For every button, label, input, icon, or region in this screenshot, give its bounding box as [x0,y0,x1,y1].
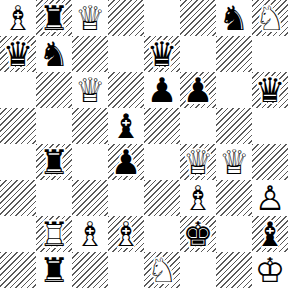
square-c2[interactable]: ♝♗ [72,216,108,252]
square-h6[interactable]: ♛♛ [252,72,288,108]
square-e1[interactable]: ♞♘ [144,252,180,288]
square-a2[interactable] [0,216,36,252]
square-e7[interactable]: ♛♛ [144,36,180,72]
square-a3[interactable] [0,180,36,216]
square-c4[interactable] [72,144,108,180]
black-queen-icon[interactable]: ♛♛ [144,36,180,72]
black-king-icon[interactable]: ♚♚ [180,216,216,252]
square-b1[interactable]: ♜♜ [36,252,72,288]
white-knight-icon[interactable]: ♞♘ [144,252,180,288]
black-queen-glyph: ♛ [144,36,180,72]
square-c5[interactable] [72,108,108,144]
square-b7[interactable]: ♞♞ [36,36,72,72]
square-e3[interactable] [144,180,180,216]
square-g6[interactable] [216,72,252,108]
chess-board: ♝♗♜♜♛♕♞♞♞♘♛♛♞♞♛♛♛♕♟♟♟♟♛♛♝♝♜♜♟♟♛♕♛♕♝♗♟♙♜♖… [0,0,288,288]
black-knight-icon[interactable]: ♞♞ [216,0,252,36]
white-bishop-glyph: ♗ [180,180,216,216]
square-f5[interactable] [180,108,216,144]
black-rook-icon[interactable]: ♜♜ [36,252,72,288]
white-queen-glyph: ♕ [180,144,216,180]
black-queen-icon[interactable]: ♛♛ [0,36,36,72]
black-rook-glyph: ♜ [36,144,72,180]
white-queen-glyph: ♕ [216,144,252,180]
black-rook-icon[interactable]: ♜♜ [36,0,72,36]
black-rook-icon[interactable]: ♜♜ [36,144,72,180]
white-queen-glyph: ♕ [72,0,108,36]
square-c7[interactable] [72,36,108,72]
square-d6[interactable] [108,72,144,108]
black-queen-glyph: ♛ [252,72,288,108]
square-d4[interactable]: ♟♟ [108,144,144,180]
white-bishop-icon[interactable]: ♝♗ [180,180,216,216]
black-rook-glyph: ♜ [36,252,72,288]
square-h1[interactable]: ♚♔ [252,252,288,288]
black-queen-icon[interactable]: ♛♛ [252,72,288,108]
square-c6[interactable]: ♛♕ [72,72,108,108]
square-a1[interactable] [0,252,36,288]
white-bishop-glyph: ♗ [72,216,108,252]
square-h7[interactable] [252,36,288,72]
white-queen-icon[interactable]: ♛♕ [72,0,108,36]
white-knight-icon[interactable]: ♞♘ [252,0,288,36]
square-b8[interactable]: ♜♜ [36,0,72,36]
square-h2[interactable]: ♝♝ [252,216,288,252]
square-c8[interactable]: ♛♕ [72,0,108,36]
white-pawn-icon[interactable]: ♟♙ [252,180,288,216]
black-pawn-glyph: ♟ [108,144,144,180]
square-e4[interactable] [144,144,180,180]
square-g5[interactable] [216,108,252,144]
square-f7[interactable] [180,36,216,72]
square-c3[interactable] [72,180,108,216]
square-e8[interactable] [144,0,180,36]
white-knight-glyph: ♘ [144,252,180,288]
square-b2[interactable]: ♜♖ [36,216,72,252]
square-g7[interactable] [216,36,252,72]
black-bishop-glyph: ♝ [108,108,144,144]
square-d2[interactable]: ♝♗ [108,216,144,252]
square-f1[interactable] [180,252,216,288]
square-f4[interactable]: ♛♕ [180,144,216,180]
square-a5[interactable] [0,108,36,144]
black-bishop-icon[interactable]: ♝♝ [108,108,144,144]
square-e5[interactable] [144,108,180,144]
black-pawn-glyph: ♟ [144,72,180,108]
black-pawn-icon[interactable]: ♟♟ [180,72,216,108]
square-h3[interactable]: ♟♙ [252,180,288,216]
black-knight-glyph: ♞ [36,36,72,72]
square-d5[interactable]: ♝♝ [108,108,144,144]
square-h8[interactable]: ♞♘ [252,0,288,36]
square-g3[interactable] [216,180,252,216]
square-f6[interactable]: ♟♟ [180,72,216,108]
black-bishop-icon[interactable]: ♝♝ [252,216,288,252]
square-b6[interactable] [36,72,72,108]
square-g1[interactable] [216,252,252,288]
black-pawn-glyph: ♟ [180,72,216,108]
square-a7[interactable]: ♛♛ [0,36,36,72]
white-queen-icon[interactable]: ♛♕ [72,72,108,108]
square-h5[interactable] [252,108,288,144]
white-bishop-glyph: ♗ [0,0,36,36]
white-rook-icon[interactable]: ♜♖ [36,216,72,252]
white-queen-icon[interactable]: ♛♕ [216,144,252,180]
square-h4[interactable] [252,144,288,180]
white-knight-glyph: ♘ [252,0,288,36]
white-king-icon[interactable]: ♚♔ [252,252,288,288]
square-e6[interactable]: ♟♟ [144,72,180,108]
white-queen-icon[interactable]: ♛♕ [180,144,216,180]
white-pawn-glyph: ♙ [252,180,288,216]
square-g4[interactable]: ♛♕ [216,144,252,180]
square-e2[interactable] [144,216,180,252]
black-knight-glyph: ♞ [216,0,252,36]
black-knight-icon[interactable]: ♞♞ [36,36,72,72]
black-bishop-glyph: ♝ [252,216,288,252]
square-g8[interactable]: ♞♞ [216,0,252,36]
white-bishop-icon[interactable]: ♝♗ [72,216,108,252]
square-f8[interactable] [180,0,216,36]
white-queen-glyph: ♕ [72,72,108,108]
white-king-glyph: ♔ [252,252,288,288]
black-queen-glyph: ♛ [0,36,36,72]
square-c1[interactable] [72,252,108,288]
square-d3[interactable] [108,180,144,216]
square-a6[interactable] [0,72,36,108]
black-pawn-icon[interactable]: ♟♟ [108,144,144,180]
white-bishop-icon[interactable]: ♝♗ [108,216,144,252]
square-f2[interactable]: ♚♚ [180,216,216,252]
square-d8[interactable] [108,0,144,36]
square-g2[interactable] [216,216,252,252]
square-b5[interactable] [36,108,72,144]
black-king-glyph: ♚ [180,216,216,252]
white-rook-glyph: ♖ [36,216,72,252]
white-bishop-icon[interactable]: ♝♗ [0,0,36,36]
white-bishop-glyph: ♗ [108,216,144,252]
square-b4[interactable]: ♜♜ [36,144,72,180]
square-d7[interactable] [108,36,144,72]
square-f3[interactable]: ♝♗ [180,180,216,216]
square-a4[interactable] [0,144,36,180]
black-rook-glyph: ♜ [36,0,72,36]
black-pawn-icon[interactable]: ♟♟ [144,72,180,108]
square-a8[interactable]: ♝♗ [0,0,36,36]
square-b3[interactable] [36,180,72,216]
square-d1[interactable] [108,252,144,288]
